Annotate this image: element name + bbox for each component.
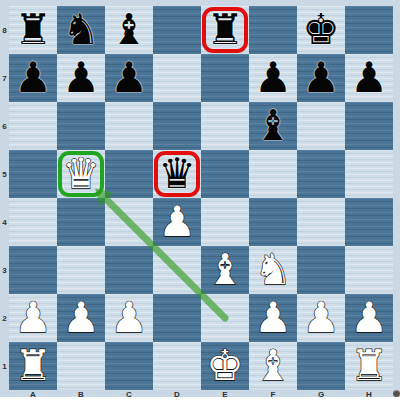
piece-white-pawn[interactable]: ♟	[153, 198, 201, 246]
bottom-strip	[0, 397, 400, 401]
square-c6[interactable]	[105, 102, 153, 150]
square-b2[interactable]: ♟	[57, 294, 105, 342]
square-c4[interactable]	[105, 198, 153, 246]
square-g5[interactable]	[297, 150, 345, 198]
square-g2[interactable]: ♟	[297, 294, 345, 342]
square-b5[interactable]: ♛	[57, 150, 105, 198]
square-f8[interactable]	[249, 6, 297, 54]
square-d2[interactable]	[153, 294, 201, 342]
piece-black-bishop[interactable]: ♝	[249, 102, 297, 150]
square-a7[interactable]: ♟	[9, 54, 57, 102]
square-g1[interactable]	[297, 342, 345, 390]
rank-label-8: 8	[0, 6, 9, 54]
square-b1[interactable]	[57, 342, 105, 390]
square-g4[interactable]	[297, 198, 345, 246]
rank-label-7: 7	[0, 54, 9, 102]
chess-app-screen: 87654321 ♜♞♝♜♚♟♟♟♟♟♟♝♛♛♟♝♞♟♟♟♟♟♟♜♚♝♜ ABC…	[0, 0, 400, 401]
piece-white-pawn[interactable]: ♟	[105, 294, 153, 342]
square-a1[interactable]: ♜	[9, 342, 57, 390]
square-f1[interactable]: ♝	[249, 342, 297, 390]
square-f2[interactable]: ♟	[249, 294, 297, 342]
square-b7[interactable]: ♟	[57, 54, 105, 102]
piece-black-queen[interactable]: ♛	[153, 150, 201, 198]
square-d5[interactable]: ♛	[153, 150, 201, 198]
square-h2[interactable]: ♟	[345, 294, 393, 342]
square-g3[interactable]	[297, 246, 345, 294]
piece-white-bishop[interactable]: ♝	[249, 342, 297, 390]
corner-dot	[393, 390, 400, 397]
piece-white-pawn[interactable]: ♟	[57, 294, 105, 342]
piece-white-rook[interactable]: ♜	[9, 342, 57, 390]
piece-white-rook[interactable]: ♜	[345, 342, 393, 390]
square-e1[interactable]: ♚	[201, 342, 249, 390]
square-a8[interactable]: ♜	[9, 6, 57, 54]
square-d7[interactable]	[153, 54, 201, 102]
square-a3[interactable]	[9, 246, 57, 294]
square-b6[interactable]	[57, 102, 105, 150]
square-e8[interactable]: ♜	[201, 6, 249, 54]
square-h3[interactable]	[345, 246, 393, 294]
piece-white-pawn[interactable]: ♟	[9, 294, 57, 342]
square-h6[interactable]	[345, 102, 393, 150]
square-c1[interactable]	[105, 342, 153, 390]
square-g7[interactable]: ♟	[297, 54, 345, 102]
piece-black-rook[interactable]: ♜	[9, 6, 57, 54]
square-d8[interactable]	[153, 6, 201, 54]
board-area: ♜♞♝♜♚♟♟♟♟♟♟♝♛♛♟♝♞♟♟♟♟♟♟♜♚♝♜	[9, 6, 393, 390]
square-e5[interactable]	[201, 150, 249, 198]
piece-black-pawn[interactable]: ♟	[9, 54, 57, 102]
piece-white-bishop[interactable]: ♝	[201, 246, 249, 294]
square-b3[interactable]	[57, 246, 105, 294]
square-c3[interactable]	[105, 246, 153, 294]
piece-black-pawn[interactable]: ♟	[345, 54, 393, 102]
piece-black-king[interactable]: ♚	[297, 6, 345, 54]
piece-white-pawn[interactable]: ♟	[297, 294, 345, 342]
rank-label-1: 1	[0, 342, 9, 390]
piece-black-pawn[interactable]: ♟	[297, 54, 345, 102]
square-f6[interactable]: ♝	[249, 102, 297, 150]
square-f3[interactable]: ♞	[249, 246, 297, 294]
piece-white-king[interactable]: ♚	[201, 342, 249, 390]
square-f5[interactable]	[249, 150, 297, 198]
square-d1[interactable]	[153, 342, 201, 390]
square-e2[interactable]	[201, 294, 249, 342]
square-h8[interactable]	[345, 6, 393, 54]
square-c8[interactable]: ♝	[105, 6, 153, 54]
piece-white-pawn[interactable]: ♟	[249, 294, 297, 342]
square-c7[interactable]: ♟	[105, 54, 153, 102]
piece-black-knight[interactable]: ♞	[57, 6, 105, 54]
square-c5[interactable]	[105, 150, 153, 198]
rank-label-4: 4	[0, 198, 9, 246]
square-a6[interactable]	[9, 102, 57, 150]
square-h5[interactable]	[345, 150, 393, 198]
square-d4[interactable]: ♟	[153, 198, 201, 246]
square-d3[interactable]	[153, 246, 201, 294]
square-f4[interactable]	[249, 198, 297, 246]
square-b8[interactable]: ♞	[57, 6, 105, 54]
square-h7[interactable]: ♟	[345, 54, 393, 102]
piece-black-bishop[interactable]: ♝	[105, 6, 153, 54]
square-a5[interactable]	[9, 150, 57, 198]
square-e7[interactable]	[201, 54, 249, 102]
square-f7[interactable]: ♟	[249, 54, 297, 102]
piece-white-knight[interactable]: ♞	[249, 246, 297, 294]
square-a2[interactable]: ♟	[9, 294, 57, 342]
square-g6[interactable]	[297, 102, 345, 150]
rank-labels: 87654321	[0, 6, 9, 390]
piece-white-queen[interactable]: ♛	[57, 150, 105, 198]
rank-label-3: 3	[0, 246, 9, 294]
piece-black-pawn[interactable]: ♟	[57, 54, 105, 102]
chess-board: ♜♞♝♜♚♟♟♟♟♟♟♝♛♛♟♝♞♟♟♟♟♟♟♜♚♝♜	[9, 6, 393, 390]
piece-black-pawn[interactable]: ♟	[105, 54, 153, 102]
square-b4[interactable]	[57, 198, 105, 246]
square-a4[interactable]	[9, 198, 57, 246]
piece-white-pawn[interactable]: ♟	[345, 294, 393, 342]
square-c2[interactable]: ♟	[105, 294, 153, 342]
piece-black-rook[interactable]: ♜	[201, 6, 249, 54]
rank-label-5: 5	[0, 150, 9, 198]
square-e4[interactable]	[201, 198, 249, 246]
rank-label-6: 6	[0, 102, 9, 150]
square-h4[interactable]	[345, 198, 393, 246]
square-e6[interactable]	[201, 102, 249, 150]
piece-black-pawn[interactable]: ♟	[249, 54, 297, 102]
square-g8[interactable]: ♚	[297, 6, 345, 54]
square-h1[interactable]: ♜	[345, 342, 393, 390]
square-d6[interactable]	[153, 102, 201, 150]
square-e3[interactable]: ♝	[201, 246, 249, 294]
rank-label-2: 2	[0, 294, 9, 342]
